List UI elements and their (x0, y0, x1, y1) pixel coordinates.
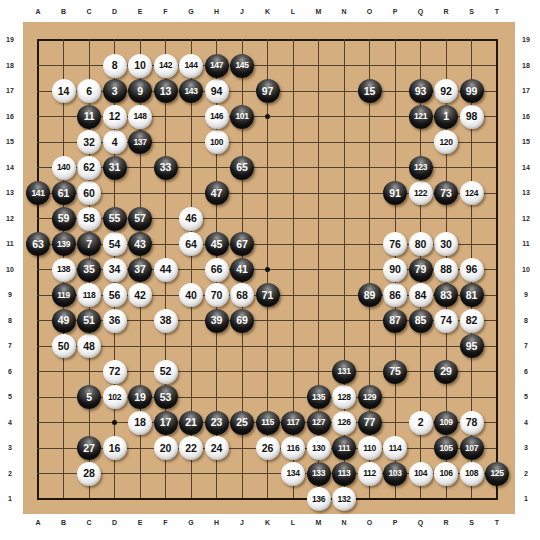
stone-black-move-141-A13: 141 (26, 181, 50, 205)
stone-black-move-19-E5: 19 (128, 385, 152, 409)
move-number: 6 (86, 86, 92, 97)
column-label-top-D: D (106, 7, 124, 17)
column-label-bottom-C: C (80, 518, 98, 528)
move-number: 95 (466, 341, 477, 352)
row-label-right-8: 8 (517, 316, 535, 326)
move-number: 89 (364, 290, 375, 301)
row-label-right-10: 10 (517, 265, 535, 275)
stone-white-move-42-E9: 42 (128, 283, 152, 307)
stone-black-move-37-E10: 37 (128, 258, 152, 282)
row-label-right-1: 1 (517, 494, 535, 504)
stone-black-move-51-C8: 51 (77, 309, 101, 333)
stone-white-move-76-P11: 76 (383, 232, 407, 256)
column-label-bottom-A: A (29, 518, 47, 528)
move-number: 80 (415, 239, 426, 250)
move-number: 30 (440, 239, 451, 250)
stone-black-move-25-J4: 25 (230, 411, 254, 435)
move-number: 77 (364, 417, 375, 428)
stone-black-move-11-C16: 11 (77, 105, 101, 129)
move-number: 111 (338, 444, 350, 453)
column-label-bottom-D: D (106, 518, 124, 528)
stone-white-move-130-M3: 130 (307, 436, 331, 460)
grid-line-horizontal (37, 498, 498, 500)
stone-white-move-48-C7: 48 (77, 334, 101, 358)
move-number: 31 (109, 162, 120, 173)
stone-white-move-32-C15: 32 (77, 130, 101, 154)
move-number: 136 (312, 495, 325, 504)
column-label-bottom-J: J (233, 518, 251, 528)
move-number: 63 (32, 239, 43, 250)
stone-black-move-121-Q16: 121 (409, 105, 433, 129)
move-number: 67 (236, 239, 247, 250)
stone-black-move-63-A11: 63 (26, 232, 50, 256)
go-kifu-diagram: 1234567891011121314151617181920212223242… (0, 0, 540, 540)
stone-black-move-41-J10: 41 (230, 258, 254, 282)
move-number: 141 (32, 189, 45, 198)
move-number: 134 (287, 469, 300, 478)
move-number: 48 (83, 341, 94, 352)
move-number: 145 (236, 61, 249, 70)
column-label-top-P: P (386, 7, 404, 17)
stone-black-move-9-E17: 9 (128, 79, 152, 103)
stone-white-move-96-S10: 96 (460, 258, 484, 282)
stone-black-move-49-B8: 49 (52, 309, 76, 333)
move-number: 9 (137, 86, 143, 97)
stone-white-move-28-C2: 28 (77, 462, 101, 486)
move-number: 66 (211, 264, 222, 275)
stone-black-move-105-R3: 105 (434, 436, 458, 460)
stone-white-move-2-Q4: 2 (409, 411, 433, 435)
stone-white-move-132-N1: 132 (332, 487, 356, 511)
row-label-left-18: 18 (1, 61, 19, 71)
move-number: 8 (112, 60, 118, 71)
move-number: 109 (440, 418, 453, 427)
move-number: 18 (134, 417, 145, 428)
move-number: 72 (109, 366, 120, 377)
row-label-right-3: 3 (517, 443, 535, 453)
stone-black-move-109-R4: 109 (434, 411, 458, 435)
column-label-bottom-R: R (437, 518, 455, 528)
stone-white-move-38-F8: 38 (154, 309, 178, 333)
stone-white-move-126-N4: 126 (332, 411, 356, 435)
stone-white-move-104-Q2: 104 (409, 462, 433, 486)
row-label-right-19: 19 (517, 35, 535, 45)
move-number: 40 (185, 290, 196, 301)
stone-white-move-66-H10: 66 (205, 258, 229, 282)
stone-white-move-148-E16: 148 (128, 105, 152, 129)
stone-white-move-86-P9: 86 (383, 283, 407, 307)
stone-black-move-61-B13: 61 (52, 181, 76, 205)
move-number: 7 (86, 239, 92, 250)
move-number: 90 (389, 264, 400, 275)
move-number: 106 (440, 469, 453, 478)
move-number: 58 (83, 213, 94, 224)
stone-white-move-146-H16: 146 (205, 105, 229, 129)
stone-white-move-54-D11: 54 (103, 232, 127, 256)
move-number: 10 (134, 60, 145, 71)
move-number: 35 (83, 264, 94, 275)
stone-white-move-44-F10: 44 (154, 258, 178, 282)
stone-white-move-140-B14: 140 (52, 156, 76, 180)
move-number: 79 (415, 264, 426, 275)
move-number: 42 (134, 290, 145, 301)
move-number: 19 (134, 392, 145, 403)
stone-black-move-113-N2: 113 (332, 462, 356, 486)
stone-black-move-111-N3: 111 (332, 436, 356, 460)
column-label-bottom-H: H (208, 518, 226, 528)
stone-white-move-112-O2: 112 (358, 462, 382, 486)
move-number: 133 (312, 469, 325, 478)
move-number: 49 (58, 315, 69, 326)
stone-black-move-3-D17: 3 (103, 79, 127, 103)
move-number: 139 (57, 240, 70, 249)
stone-white-move-26-K3: 26 (256, 436, 280, 460)
column-label-bottom-M: M (310, 518, 328, 528)
move-number: 147 (210, 61, 223, 70)
move-number: 21 (185, 417, 196, 428)
stone-black-move-145-J18: 145 (230, 54, 254, 78)
move-number: 128 (338, 393, 351, 402)
row-label-right-6: 6 (517, 367, 535, 377)
column-label-bottom-L: L (284, 518, 302, 528)
move-number: 53 (160, 392, 171, 403)
move-number: 3 (112, 86, 118, 97)
stone-black-move-131-N6: 131 (332, 360, 356, 384)
move-number: 74 (440, 315, 451, 326)
move-number: 87 (389, 315, 400, 326)
move-number: 34 (109, 264, 120, 275)
row-label-left-9: 9 (1, 290, 19, 300)
row-label-right-9: 9 (517, 290, 535, 300)
stone-white-move-78-S4: 78 (460, 411, 484, 435)
row-label-right-2: 2 (517, 469, 535, 479)
move-number: 120 (440, 138, 453, 147)
move-number: 85 (415, 315, 426, 326)
move-number: 100 (210, 138, 223, 147)
stone-white-move-82-S8: 82 (460, 309, 484, 333)
column-label-top-C: C (80, 7, 98, 17)
stone-black-move-17-F4: 17 (154, 411, 178, 435)
stone-white-move-52-F6: 52 (154, 360, 178, 384)
move-number: 36 (109, 315, 120, 326)
stone-white-move-108-S2: 108 (460, 462, 484, 486)
stone-white-move-84-Q9: 84 (409, 283, 433, 307)
move-number: 73 (440, 188, 451, 199)
move-number: 101 (236, 112, 249, 121)
row-label-right-14: 14 (517, 163, 535, 173)
stone-white-move-88-R10: 88 (434, 258, 458, 282)
row-label-right-16: 16 (517, 112, 535, 122)
move-number: 81 (466, 290, 477, 301)
move-number: 38 (160, 315, 171, 326)
stone-black-move-39-H8: 39 (205, 309, 229, 333)
move-number: 131 (338, 367, 351, 376)
column-label-top-G: G (182, 7, 200, 17)
move-number: 130 (312, 444, 325, 453)
move-number: 138 (57, 265, 70, 274)
stone-black-move-29-R6: 29 (434, 360, 458, 384)
move-number: 121 (414, 112, 427, 121)
move-number: 132 (338, 495, 351, 504)
star-point-K10 (265, 267, 270, 272)
stone-white-move-98-S16: 98 (460, 105, 484, 129)
stone-black-move-65-J14: 65 (230, 156, 254, 180)
move-number: 50 (58, 341, 69, 352)
stone-white-move-94-H17: 94 (205, 79, 229, 103)
grid-line-horizontal (37, 346, 498, 347)
stone-white-move-30-R11: 30 (434, 232, 458, 256)
stone-white-move-144-G18: 144 (179, 54, 203, 78)
move-number: 116 (287, 444, 300, 453)
stone-black-move-85-Q8: 85 (409, 309, 433, 333)
column-label-top-H: H (208, 7, 226, 17)
stone-black-move-67-J11: 67 (230, 232, 254, 256)
move-number: 29 (440, 366, 451, 377)
stone-white-move-110-O3: 110 (358, 436, 382, 460)
stone-white-move-56-D9: 56 (103, 283, 127, 307)
stone-white-move-92-R17: 92 (434, 79, 458, 103)
stone-white-move-60-C13: 60 (77, 181, 101, 205)
move-number: 39 (211, 315, 222, 326)
stone-black-move-15-O17: 15 (358, 79, 382, 103)
stone-white-move-18-E4: 18 (128, 411, 152, 435)
stone-black-move-99-S17: 99 (460, 79, 484, 103)
stone-white-move-58-C12: 58 (77, 207, 101, 231)
move-number: 54 (109, 239, 120, 250)
stone-white-move-62-C14: 62 (77, 156, 101, 180)
move-number: 55 (109, 213, 120, 224)
move-number: 104 (414, 469, 427, 478)
column-label-bottom-T: T (488, 518, 506, 528)
move-number: 46 (185, 213, 196, 224)
column-label-bottom-N: N (335, 518, 353, 528)
column-label-top-N: N (335, 7, 353, 17)
stone-black-move-83-R9: 83 (434, 283, 458, 307)
row-label-left-11: 11 (1, 239, 19, 249)
stone-black-move-47-H13: 47 (205, 181, 229, 205)
move-number: 107 (465, 444, 478, 453)
move-number: 96 (466, 264, 477, 275)
column-label-top-O: O (361, 7, 379, 17)
stone-black-move-123-Q14: 123 (409, 156, 433, 180)
move-number: 146 (210, 112, 223, 121)
move-number: 4 (112, 137, 118, 148)
stone-black-move-89-O9: 89 (358, 283, 382, 307)
move-number: 17 (160, 417, 171, 428)
column-label-bottom-O: O (361, 518, 379, 528)
move-number: 140 (57, 163, 70, 172)
column-label-top-B: B (55, 7, 73, 17)
stone-white-move-142-F18: 142 (154, 54, 178, 78)
move-number: 26 (262, 443, 273, 454)
row-label-left-3: 3 (1, 443, 19, 453)
move-number: 22 (185, 443, 196, 454)
column-label-top-A: A (29, 7, 47, 17)
move-number: 84 (415, 290, 426, 301)
move-number: 44 (160, 264, 171, 275)
star-point-D4 (112, 420, 117, 425)
stone-black-move-125-T2: 125 (485, 462, 509, 486)
stone-white-move-124-S13: 124 (460, 181, 484, 205)
column-label-bottom-S: S (463, 518, 481, 528)
stone-black-move-107-S3: 107 (460, 436, 484, 460)
move-number: 99 (466, 86, 477, 97)
stone-white-move-40-G9: 40 (179, 283, 203, 307)
move-number: 61 (58, 188, 69, 199)
stone-black-move-53-F5: 53 (154, 385, 178, 409)
stone-black-move-127-M4: 127 (307, 411, 331, 435)
move-number: 117 (287, 418, 300, 427)
column-label-top-Q: Q (412, 7, 430, 17)
column-label-bottom-E: E (131, 518, 149, 528)
stone-black-move-1-R16: 1 (434, 105, 458, 129)
move-number: 102 (108, 393, 121, 402)
move-number: 13 (160, 86, 171, 97)
move-number: 108 (465, 469, 478, 478)
move-number: 71 (262, 290, 273, 301)
move-number: 135 (312, 393, 325, 402)
move-number: 33 (160, 162, 171, 173)
stone-white-move-4-D15: 4 (103, 130, 127, 154)
move-number: 37 (134, 264, 145, 275)
move-number: 2 (418, 417, 424, 428)
stone-black-move-45-H11: 45 (205, 232, 229, 256)
go-board[interactable]: 1234567891011121314151617181920212223242… (23, 22, 515, 514)
stone-black-move-103-P2: 103 (383, 462, 407, 486)
move-number: 45 (211, 239, 222, 250)
stone-black-move-73-R13: 73 (434, 181, 458, 205)
move-number: 113 (338, 469, 351, 478)
stone-white-move-80-Q11: 80 (409, 232, 433, 256)
stone-black-move-7-C11: 7 (77, 232, 101, 256)
stone-black-move-55-D12: 55 (103, 207, 127, 231)
stone-black-move-21-G4: 21 (179, 411, 203, 435)
stone-black-move-135-M5: 135 (307, 385, 331, 409)
move-number: 143 (185, 87, 198, 96)
move-number: 52 (160, 366, 171, 377)
row-label-right-7: 7 (517, 341, 535, 351)
move-number: 94 (211, 86, 222, 97)
column-label-top-L: L (284, 7, 302, 17)
move-number: 27 (83, 443, 94, 454)
stone-white-move-116-L3: 116 (281, 436, 305, 460)
row-label-left-17: 17 (1, 86, 19, 96)
column-label-bottom-P: P (386, 518, 404, 528)
stone-white-move-106-R2: 106 (434, 462, 458, 486)
move-number: 82 (466, 315, 477, 326)
move-number: 32 (83, 137, 94, 148)
row-label-right-11: 11 (517, 239, 535, 249)
move-number: 142 (159, 61, 172, 70)
move-number: 57 (134, 213, 145, 224)
stone-black-move-35-C10: 35 (77, 258, 101, 282)
move-number: 43 (134, 239, 145, 250)
move-number: 62 (83, 162, 94, 173)
stone-white-move-8-D18: 8 (103, 54, 127, 78)
move-number: 1 (443, 111, 449, 122)
stone-black-move-69-J8: 69 (230, 309, 254, 333)
stone-white-move-118-C9: 118 (77, 283, 101, 307)
stone-white-move-34-D10: 34 (103, 258, 127, 282)
column-label-bottom-B: B (55, 518, 73, 528)
column-label-bottom-Q: Q (412, 518, 430, 528)
stone-white-move-64-G11: 64 (179, 232, 203, 256)
move-number: 25 (236, 417, 247, 428)
column-label-top-R: R (437, 7, 455, 17)
row-label-left-14: 14 (1, 163, 19, 173)
move-number: 65 (236, 162, 247, 173)
stone-black-move-5-C5: 5 (77, 385, 101, 409)
move-number: 144 (185, 61, 198, 70)
move-number: 148 (134, 112, 147, 121)
stone-black-move-91-P13: 91 (383, 181, 407, 205)
stone-white-move-120-R15: 120 (434, 130, 458, 154)
row-label-left-8: 8 (1, 316, 19, 326)
row-label-right-17: 17 (517, 86, 535, 96)
stone-black-move-75-P6: 75 (383, 360, 407, 384)
column-label-top-S: S (463, 7, 481, 17)
stone-black-move-13-F17: 13 (154, 79, 178, 103)
stone-white-move-138-B10: 138 (52, 258, 76, 282)
stone-black-move-129-O5: 129 (358, 385, 382, 409)
move-number: 60 (83, 188, 94, 199)
move-number: 20 (160, 443, 171, 454)
move-number: 88 (440, 264, 451, 275)
move-number: 56 (109, 290, 120, 301)
stone-white-move-72-D6: 72 (103, 360, 127, 384)
stone-white-move-122-Q13: 122 (409, 181, 433, 205)
column-label-bottom-F: F (157, 518, 175, 528)
move-number: 91 (389, 188, 400, 199)
grid-line-vertical (496, 39, 498, 500)
move-number: 127 (312, 418, 325, 427)
stone-black-move-93-Q17: 93 (409, 79, 433, 103)
move-number: 112 (363, 469, 376, 478)
stone-black-move-147-H18: 147 (205, 54, 229, 78)
row-label-left-1: 1 (1, 494, 19, 504)
move-number: 118 (83, 291, 96, 300)
stone-black-move-97-K17: 97 (256, 79, 280, 103)
row-label-left-2: 2 (1, 469, 19, 479)
stone-white-move-10-E18: 10 (128, 54, 152, 78)
move-number: 93 (415, 86, 426, 97)
stone-black-move-33-F14: 33 (154, 156, 178, 180)
stone-black-move-139-B11: 139 (52, 232, 76, 256)
move-number: 126 (338, 418, 351, 427)
stone-white-move-12-D16: 12 (103, 105, 127, 129)
row-label-left-12: 12 (1, 214, 19, 224)
move-number: 83 (440, 290, 451, 301)
move-number: 125 (491, 469, 504, 478)
move-number: 28 (83, 468, 94, 479)
move-number: 105 (440, 444, 453, 453)
stone-white-move-74-R8: 74 (434, 309, 458, 333)
move-number: 123 (414, 163, 427, 172)
move-number: 5 (86, 392, 92, 403)
stone-white-move-24-H3: 24 (205, 436, 229, 460)
move-number: 41 (236, 264, 247, 275)
stone-white-move-102-D5: 102 (103, 385, 127, 409)
stone-white-move-134-L2: 134 (281, 462, 305, 486)
stone-white-move-46-G12: 46 (179, 207, 203, 231)
row-label-right-13: 13 (517, 188, 535, 198)
move-number: 14 (58, 86, 69, 97)
stone-black-move-43-E11: 43 (128, 232, 152, 256)
row-label-left-13: 13 (1, 188, 19, 198)
stone-white-move-50-B7: 50 (52, 334, 76, 358)
move-number: 16 (109, 443, 120, 454)
move-number: 69 (236, 315, 247, 326)
